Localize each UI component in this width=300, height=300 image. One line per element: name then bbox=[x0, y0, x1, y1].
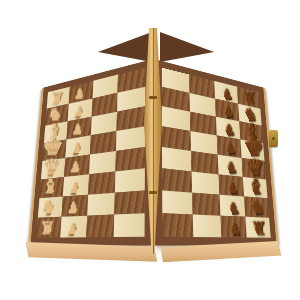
square[interactable] bbox=[193, 215, 222, 238]
piece-black-pawn[interactable]: ♟ bbox=[218, 221, 251, 237]
hinge-pin-icon bbox=[149, 191, 156, 194]
square[interactable] bbox=[162, 168, 192, 192]
piece-black-pawn[interactable]: ♟ bbox=[217, 200, 249, 216]
hinge-pin-icon bbox=[149, 96, 156, 99]
square[interactable]: ♟ bbox=[63, 174, 89, 196]
clasp-screw-icon bbox=[272, 137, 275, 140]
square[interactable] bbox=[88, 171, 116, 194]
clasp-latch bbox=[269, 130, 278, 147]
hinge-seam bbox=[153, 28, 154, 254]
piece-black-pawn[interactable]: ♟ bbox=[215, 160, 246, 175]
chess-set-photo: ♜♟♞♟♝♟♚♟♛♟♝♟♞♟♜♟ ♟♜♟♞♟♝♟♚♟♛♟♝♟♞♟♜ bbox=[0, 0, 300, 300]
square[interactable] bbox=[162, 213, 193, 237]
square[interactable] bbox=[114, 190, 144, 214]
piece-black-pawn[interactable]: ♟ bbox=[216, 180, 248, 196]
square[interactable]: ♟ bbox=[60, 216, 87, 238]
board-left-half: ♜♟♞♟♝♟♚♟♛♟♝♟♞♟♜♟ bbox=[29, 59, 152, 245]
square[interactable] bbox=[192, 193, 220, 216]
piece-white-pawn[interactable]: ♟ bbox=[58, 200, 90, 216]
square[interactable] bbox=[162, 190, 192, 214]
square[interactable] bbox=[191, 151, 218, 174]
board-grid-left: ♜♟♞♟♝♟♚♟♛♟♝♟♞♟♜♟ bbox=[36, 68, 145, 238]
square[interactable]: ♟ bbox=[61, 195, 87, 217]
square[interactable]: ♟ bbox=[220, 216, 247, 238]
square[interactable] bbox=[162, 147, 191, 172]
board-right-half: ♟♜♟♞♟♝♟♚♟♛♟♝♟♞♟♜ bbox=[155, 59, 278, 245]
piece-white-pawn[interactable]: ♟ bbox=[59, 180, 91, 196]
board-grid-right: ♟♜♟♞♟♝♟♚♟♛♟♝♟♞♟♜ bbox=[162, 68, 271, 238]
square[interactable] bbox=[116, 147, 145, 172]
square[interactable] bbox=[114, 213, 145, 237]
square[interactable] bbox=[87, 193, 115, 216]
square[interactable]: ♟ bbox=[218, 174, 244, 196]
far-edge-right bbox=[157, 30, 217, 64]
square[interactable] bbox=[86, 215, 115, 238]
square[interactable] bbox=[191, 171, 219, 194]
square[interactable]: ♟ bbox=[219, 195, 245, 217]
piece-white-pawn[interactable]: ♟ bbox=[56, 221, 89, 237]
square[interactable]: ♟ bbox=[217, 155, 243, 177]
far-edge-left bbox=[95, 30, 155, 64]
square[interactable] bbox=[115, 168, 145, 192]
